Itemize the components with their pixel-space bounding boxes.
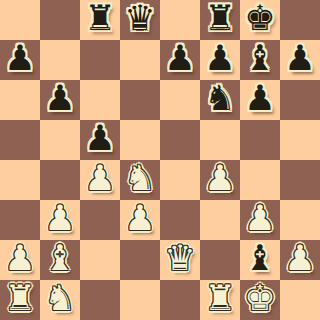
square-a2[interactable]: ♟ bbox=[0, 240, 40, 280]
piece-black-queen[interactable]: ♛ bbox=[124, 0, 155, 38]
square-e4[interactable] bbox=[160, 160, 200, 200]
piece-black-pawn[interactable]: ♟ bbox=[244, 78, 275, 118]
chess-board: ♜♛♜♚♟♟♟♝♟♟♞♟♟♟♞♟♟♟♟♟♝♛♝♟♜♞♜♚ bbox=[0, 0, 320, 320]
square-b4[interactable] bbox=[40, 160, 80, 200]
piece-white-queen[interactable]: ♛ bbox=[164, 238, 195, 278]
piece-black-pawn[interactable]: ♟ bbox=[84, 118, 115, 158]
piece-black-rook[interactable]: ♜ bbox=[84, 0, 115, 38]
square-h8[interactable] bbox=[280, 0, 320, 40]
square-h4[interactable] bbox=[280, 160, 320, 200]
square-b8[interactable] bbox=[40, 0, 80, 40]
piece-black-bishop[interactable]: ♝ bbox=[244, 38, 275, 78]
square-d7[interactable] bbox=[120, 40, 160, 80]
square-f6[interactable]: ♞ bbox=[200, 80, 240, 120]
piece-white-knight[interactable]: ♞ bbox=[44, 278, 75, 318]
piece-white-pawn[interactable]: ♟ bbox=[244, 198, 275, 238]
piece-black-pawn[interactable]: ♟ bbox=[204, 38, 235, 78]
square-c1[interactable] bbox=[80, 280, 120, 320]
square-f3[interactable] bbox=[200, 200, 240, 240]
square-b7[interactable] bbox=[40, 40, 80, 80]
square-d1[interactable] bbox=[120, 280, 160, 320]
square-a6[interactable] bbox=[0, 80, 40, 120]
piece-black-pawn[interactable]: ♟ bbox=[164, 38, 195, 78]
square-c5[interactable]: ♟ bbox=[80, 120, 120, 160]
square-c2[interactable] bbox=[80, 240, 120, 280]
square-f5[interactable] bbox=[200, 120, 240, 160]
piece-black-rook[interactable]: ♜ bbox=[204, 0, 235, 38]
square-g2[interactable]: ♝ bbox=[240, 240, 280, 280]
square-g5[interactable] bbox=[240, 120, 280, 160]
square-g7[interactable]: ♝ bbox=[240, 40, 280, 80]
square-a7[interactable]: ♟ bbox=[0, 40, 40, 80]
piece-white-pawn[interactable]: ♟ bbox=[84, 158, 115, 198]
square-b6[interactable]: ♟ bbox=[40, 80, 80, 120]
square-e1[interactable] bbox=[160, 280, 200, 320]
square-b1[interactable]: ♞ bbox=[40, 280, 80, 320]
square-g3[interactable]: ♟ bbox=[240, 200, 280, 240]
piece-white-knight[interactable]: ♞ bbox=[124, 158, 155, 198]
square-c3[interactable] bbox=[80, 200, 120, 240]
square-e3[interactable] bbox=[160, 200, 200, 240]
piece-black-pawn[interactable]: ♟ bbox=[44, 78, 75, 118]
square-h6[interactable] bbox=[280, 80, 320, 120]
square-a3[interactable] bbox=[0, 200, 40, 240]
piece-white-rook[interactable]: ♜ bbox=[4, 278, 35, 318]
square-a8[interactable] bbox=[0, 0, 40, 40]
square-c6[interactable] bbox=[80, 80, 120, 120]
square-g4[interactable] bbox=[240, 160, 280, 200]
square-h5[interactable] bbox=[280, 120, 320, 160]
square-c7[interactable] bbox=[80, 40, 120, 80]
square-a1[interactable]: ♜ bbox=[0, 280, 40, 320]
piece-white-pawn[interactable]: ♟ bbox=[4, 238, 35, 278]
square-d5[interactable] bbox=[120, 120, 160, 160]
square-g8[interactable]: ♚ bbox=[240, 0, 280, 40]
square-d3[interactable]: ♟ bbox=[120, 200, 160, 240]
piece-black-pawn[interactable]: ♟ bbox=[4, 38, 35, 78]
square-h1[interactable] bbox=[280, 280, 320, 320]
square-a5[interactable] bbox=[0, 120, 40, 160]
square-d8[interactable]: ♛ bbox=[120, 0, 160, 40]
square-c8[interactable]: ♜ bbox=[80, 0, 120, 40]
square-c4[interactable]: ♟ bbox=[80, 160, 120, 200]
square-g6[interactable]: ♟ bbox=[240, 80, 280, 120]
piece-black-king[interactable]: ♚ bbox=[244, 0, 275, 38]
square-f4[interactable]: ♟ bbox=[200, 160, 240, 200]
square-f1[interactable]: ♜ bbox=[200, 280, 240, 320]
square-b5[interactable] bbox=[40, 120, 80, 160]
square-h2[interactable]: ♟ bbox=[280, 240, 320, 280]
square-h7[interactable]: ♟ bbox=[280, 40, 320, 80]
square-b3[interactable]: ♟ bbox=[40, 200, 80, 240]
piece-white-pawn[interactable]: ♟ bbox=[44, 198, 75, 238]
square-e5[interactable] bbox=[160, 120, 200, 160]
piece-black-knight[interactable]: ♞ bbox=[204, 78, 235, 118]
piece-black-pawn[interactable]: ♟ bbox=[284, 38, 315, 78]
square-f8[interactable]: ♜ bbox=[200, 0, 240, 40]
square-d2[interactable] bbox=[120, 240, 160, 280]
piece-white-pawn[interactable]: ♟ bbox=[204, 158, 235, 198]
piece-black-bishop[interactable]: ♝ bbox=[244, 238, 275, 278]
piece-white-bishop[interactable]: ♝ bbox=[44, 238, 75, 278]
piece-white-pawn[interactable]: ♟ bbox=[284, 238, 315, 278]
piece-white-rook[interactable]: ♜ bbox=[204, 278, 235, 318]
square-b2[interactable]: ♝ bbox=[40, 240, 80, 280]
square-e7[interactable]: ♟ bbox=[160, 40, 200, 80]
square-d4[interactable]: ♞ bbox=[120, 160, 160, 200]
square-d6[interactable] bbox=[120, 80, 160, 120]
square-e8[interactable] bbox=[160, 0, 200, 40]
square-h3[interactable] bbox=[280, 200, 320, 240]
square-a4[interactable] bbox=[0, 160, 40, 200]
square-e2[interactable]: ♛ bbox=[160, 240, 200, 280]
square-g1[interactable]: ♚ bbox=[240, 280, 280, 320]
square-f7[interactable]: ♟ bbox=[200, 40, 240, 80]
piece-white-king[interactable]: ♚ bbox=[244, 278, 275, 318]
square-f2[interactable] bbox=[200, 240, 240, 280]
piece-white-pawn[interactable]: ♟ bbox=[124, 198, 155, 238]
square-e6[interactable] bbox=[160, 80, 200, 120]
